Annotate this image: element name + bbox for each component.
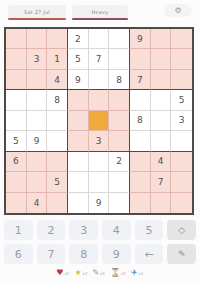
cell-r2c7[interactable] xyxy=(130,49,151,69)
cell-r3c7[interactable]: 7 xyxy=(130,70,151,90)
star-count: x1 xyxy=(83,271,88,276)
star-icon: ★ xyxy=(74,269,81,277)
cell-r2c8[interactable] xyxy=(151,49,172,69)
cell-r9c3[interactable] xyxy=(47,193,68,213)
cell-r8c1[interactable] xyxy=(6,172,27,192)
cell-r8c5[interactable] xyxy=(89,172,110,192)
given-digit: 4 xyxy=(158,156,164,166)
cell-r8c3[interactable]: 5 xyxy=(47,172,68,192)
bird-icon: ✈ xyxy=(131,269,138,277)
heart-count: x1 xyxy=(65,271,70,276)
cell-r9c2[interactable]: 4 xyxy=(27,193,48,213)
cell-r3c5[interactable] xyxy=(89,70,110,90)
cell-r8c4[interactable] xyxy=(68,172,89,192)
key-6[interactable]: 6 xyxy=(4,244,33,264)
key-2[interactable]: 2 xyxy=(37,220,66,240)
cell-r1c9[interactable] xyxy=(171,29,192,49)
cell-r3c6[interactable]: 8 xyxy=(109,70,130,90)
given-digit: 6 xyxy=(13,156,19,166)
settings-button[interactable]: ⚙ xyxy=(164,4,192,17)
cell-r7c7[interactable] xyxy=(130,152,151,172)
cell-r4c6[interactable] xyxy=(109,90,130,110)
cell-r5c4[interactable] xyxy=(68,111,89,131)
difficulty-button[interactable]: Heavy xyxy=(72,5,128,19)
cell-r5c7[interactable]: 8 xyxy=(130,111,151,131)
cell-r4c9[interactable]: 5 xyxy=(171,90,192,110)
pencil-mode-button[interactable]: ✎ xyxy=(167,244,196,264)
cell-r5c5[interactable] xyxy=(89,111,110,131)
given-digit: 2 xyxy=(75,34,81,44)
cell-r2c6[interactable] xyxy=(109,49,130,69)
cell-r2c4[interactable]: 5 xyxy=(68,49,89,69)
cell-r8c8[interactable]: 7 xyxy=(151,172,172,192)
cell-r2c2[interactable]: 3 xyxy=(27,49,48,69)
sudoku-board: 293157498785835936245749 xyxy=(4,27,194,215)
bird-count: x1 xyxy=(139,271,144,276)
date-label: Sat 27 Jul xyxy=(24,9,50,15)
cell-r5c1[interactable] xyxy=(6,111,27,131)
cell-r6c5[interactable]: 3 xyxy=(89,131,110,151)
cell-r1c4[interactable]: 2 xyxy=(68,29,89,49)
cell-r7c6[interactable]: 2 xyxy=(109,152,130,172)
given-digit: 9 xyxy=(96,198,102,208)
cell-r1c5[interactable] xyxy=(89,29,110,49)
key-4[interactable]: 4 xyxy=(102,220,131,240)
heart-icon: ♥ xyxy=(56,269,63,277)
given-digit: 3 xyxy=(34,54,40,64)
difficulty-underline xyxy=(72,18,128,20)
given-digit: 1 xyxy=(54,54,60,64)
cell-r1c6[interactable] xyxy=(109,29,130,49)
cell-r9c9[interactable] xyxy=(171,193,192,213)
bird-powerup[interactable]: ✈x1 xyxy=(131,269,144,277)
given-digit: 5 xyxy=(179,95,185,105)
pencil-count: x1 xyxy=(100,271,105,276)
cell-r3c4[interactable]: 9 xyxy=(68,70,89,90)
given-digit: 8 xyxy=(116,75,122,85)
cell-r9c8[interactable] xyxy=(151,193,172,213)
cell-r7c8[interactable]: 4 xyxy=(151,152,172,172)
cell-r1c1[interactable] xyxy=(6,29,27,49)
cell-r3c2[interactable] xyxy=(27,70,48,90)
cell-r6c1[interactable]: 5 xyxy=(6,131,27,151)
cell-r4c8[interactable] xyxy=(151,90,172,110)
given-digit: 3 xyxy=(96,136,102,146)
cell-r8c2[interactable] xyxy=(27,172,48,192)
heart-powerup[interactable]: ♥x1 xyxy=(56,269,69,277)
key-3[interactable]: 3 xyxy=(69,220,98,240)
given-digit: 7 xyxy=(137,75,143,85)
key-1[interactable]: 1 xyxy=(4,220,33,240)
key-7[interactable]: 7 xyxy=(37,244,66,264)
cell-r6c3[interactable] xyxy=(47,131,68,151)
cell-r7c9[interactable] xyxy=(171,152,192,172)
cell-r7c3[interactable] xyxy=(47,152,68,172)
cell-r4c7[interactable] xyxy=(130,90,151,110)
eraser-button[interactable]: ◇ xyxy=(167,220,196,240)
cell-r5c9[interactable]: 3 xyxy=(171,111,192,131)
cell-r4c1[interactable] xyxy=(6,90,27,110)
given-digit: 8 xyxy=(137,115,143,125)
cell-r3c3[interactable]: 4 xyxy=(47,70,68,90)
cell-r7c2[interactable] xyxy=(27,152,48,172)
cell-r6c8[interactable] xyxy=(151,131,172,151)
given-digit: 9 xyxy=(34,136,40,146)
given-digit: 4 xyxy=(34,198,40,208)
cell-r5c2[interactable] xyxy=(27,111,48,131)
cell-r2c3[interactable]: 1 xyxy=(47,49,68,69)
cell-r4c2[interactable] xyxy=(27,90,48,110)
given-digit: 4 xyxy=(54,75,60,85)
star-powerup[interactable]: ★x1 xyxy=(74,269,87,277)
cell-r8c9[interactable] xyxy=(171,172,192,192)
keypad: 12345◇ 6789←✎ xyxy=(4,220,196,268)
cell-r7c5[interactable] xyxy=(89,152,110,172)
cell-r6c9[interactable] xyxy=(171,131,192,151)
given-digit: 5 xyxy=(75,54,81,64)
cell-r9c5[interactable]: 9 xyxy=(89,193,110,213)
gear-icon: ⚙ xyxy=(174,6,181,15)
pencil-icon: ✎ xyxy=(93,269,100,277)
powerup-bar: ♥x1★x1✎x1⌛x1✈x1 xyxy=(0,266,200,280)
pencil-powerup[interactable]: ✎x1 xyxy=(93,269,106,277)
cell-r5c3[interactable] xyxy=(47,111,68,131)
given-digit: 7 xyxy=(96,54,102,64)
date-underline xyxy=(8,18,66,20)
cell-r2c5[interactable]: 7 xyxy=(89,49,110,69)
cell-r4c4[interactable] xyxy=(68,90,89,110)
given-digit: 9 xyxy=(75,75,81,85)
given-digit: 3 xyxy=(179,115,185,125)
key-9[interactable]: 9 xyxy=(102,244,131,264)
header: Sat 27 Jul Heavy ⚙ xyxy=(0,0,200,24)
key-8[interactable]: 8 xyxy=(69,244,98,264)
given-digit: 8 xyxy=(54,95,60,105)
cell-r6c7[interactable] xyxy=(130,131,151,151)
cell-r4c3[interactable]: 8 xyxy=(47,90,68,110)
cell-r9c6[interactable] xyxy=(109,193,130,213)
cell-r3c9[interactable] xyxy=(171,70,192,90)
cell-r6c6[interactable] xyxy=(109,131,130,151)
cell-r5c6[interactable] xyxy=(109,111,130,131)
cell-r6c4[interactable] xyxy=(68,131,89,151)
difficulty-label: Heavy xyxy=(92,9,109,15)
cell-r1c7[interactable]: 9 xyxy=(130,29,151,49)
given-digit: 9 xyxy=(137,34,143,44)
cell-r8c7[interactable] xyxy=(130,172,151,192)
date-button[interactable]: Sat 27 Jul xyxy=(8,5,66,19)
cell-r3c8[interactable] xyxy=(151,70,172,90)
cell-r1c8[interactable] xyxy=(151,29,172,49)
cell-r9c7[interactable] xyxy=(130,193,151,213)
cell-r1c3[interactable] xyxy=(47,29,68,49)
cell-r3c1[interactable] xyxy=(6,70,27,90)
given-digit: 2 xyxy=(116,156,122,166)
cell-r7c4[interactable] xyxy=(68,152,89,172)
cell-r1c2[interactable] xyxy=(27,29,48,49)
cell-r9c4[interactable] xyxy=(68,193,89,213)
cell-r7c1[interactable]: 6 xyxy=(6,152,27,172)
cell-r8c6[interactable] xyxy=(109,172,130,192)
backspace-key[interactable]: ← xyxy=(135,244,164,264)
cell-r9c1[interactable] xyxy=(6,193,27,213)
hourglass-count: x1 xyxy=(121,271,126,276)
cell-r5c8[interactable] xyxy=(151,111,172,131)
given-digit: 5 xyxy=(54,177,60,187)
cell-r2c9[interactable] xyxy=(171,49,192,69)
hourglass-powerup[interactable]: ⌛x1 xyxy=(110,269,126,277)
cell-r6c2[interactable]: 9 xyxy=(27,131,48,151)
given-digit: 7 xyxy=(158,177,164,187)
cell-r4c5[interactable] xyxy=(89,90,110,110)
hourglass-icon: ⌛ xyxy=(110,269,120,277)
key-5[interactable]: 5 xyxy=(135,220,164,240)
given-digit: 5 xyxy=(13,136,19,146)
cell-r2c1[interactable] xyxy=(6,49,27,69)
